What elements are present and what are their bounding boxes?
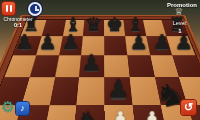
square-e4[interactable]: ♟ bbox=[104, 105, 135, 120]
square-c4[interactable] bbox=[42, 105, 77, 120]
square-d7[interactable] bbox=[81, 36, 104, 55]
square-d6[interactable]: ♟ bbox=[79, 55, 104, 78]
black-queen-piece: ♛ bbox=[83, 14, 104, 36]
square-c6[interactable] bbox=[54, 55, 81, 78]
game-screen: ♜♝♛♚♝♜♟♟♟♟♟♟♟♟♞♟♟♟♟♟♟♟♝♟♜♞♝♛♚♞♜ ♞ Chrono… bbox=[0, 0, 200, 120]
clock-icon bbox=[28, 2, 42, 16]
chronometer-value: 0:1 bbox=[0, 22, 36, 28]
square-g8[interactable] bbox=[143, 20, 167, 36]
undo-arrow-icon: ↺ bbox=[184, 101, 193, 113]
black-bishop-piece: ♝ bbox=[62, 14, 83, 36]
square-e5[interactable]: ♟ bbox=[104, 78, 132, 106]
white-pawn-piece: ♟ bbox=[105, 107, 136, 120]
gear-icon[interactable]: ⚙ bbox=[0, 99, 16, 115]
square-d5[interactable] bbox=[77, 78, 105, 106]
square-f8[interactable]: ♝ bbox=[123, 20, 146, 36]
square-e6[interactable] bbox=[104, 55, 129, 78]
clock-hand-minute bbox=[35, 9, 39, 11]
square-d4[interactable]: ♞ bbox=[73, 105, 104, 120]
pause-icon bbox=[6, 5, 9, 12]
black-pawn-piece: ♟ bbox=[104, 76, 132, 106]
black-king-piece: ♚ bbox=[104, 14, 125, 36]
undo-button[interactable]: ↺ bbox=[181, 100, 196, 115]
promotion-label: Promotion bbox=[137, 2, 197, 8]
square-c7[interactable]: ♟ bbox=[59, 36, 84, 55]
square-d8[interactable]: ♛ bbox=[83, 20, 104, 36]
pause-icon bbox=[10, 5, 13, 12]
pause-button[interactable] bbox=[2, 2, 15, 15]
square-e8[interactable]: ♚ bbox=[104, 20, 125, 36]
level-label: Level: bbox=[165, 20, 195, 26]
square-c5[interactable] bbox=[49, 78, 79, 106]
level-value: 1 bbox=[165, 28, 195, 34]
music-note-icon[interactable]: ♪ bbox=[16, 102, 29, 115]
square-h7[interactable]: ♟ bbox=[167, 36, 196, 55]
black-pawn-piece: ♟ bbox=[79, 51, 104, 78]
square-e7[interactable] bbox=[104, 36, 127, 55]
black-knight-piece: ♞ bbox=[73, 107, 104, 120]
queen-crown-icon[interactable]: ♕ bbox=[171, 6, 187, 18]
square-c8[interactable]: ♝ bbox=[62, 20, 84, 36]
